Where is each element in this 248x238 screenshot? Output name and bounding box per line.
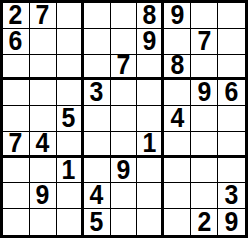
cell-r2c9[interactable] <box>218 29 245 55</box>
cell-r3c6[interactable] <box>137 55 164 81</box>
given-digit: 9 <box>197 80 211 106</box>
cell-r5c2[interactable] <box>30 106 57 132</box>
cell-r8c2[interactable]: 9 <box>30 183 57 209</box>
cell-r1c6[interactable]: 8 <box>137 3 164 29</box>
given-digit: 9 <box>225 209 239 235</box>
cell-r9c1[interactable] <box>3 209 30 235</box>
cell-r3c4[interactable] <box>84 55 111 81</box>
cell-r4c7[interactable] <box>164 80 191 106</box>
given-digit: 1 <box>142 132 156 157</box>
cell-r7c5[interactable]: 9 <box>111 158 138 184</box>
cell-r7c3[interactable]: 1 <box>57 158 84 184</box>
cell-r5c5[interactable] <box>111 106 138 132</box>
cell-r1c3[interactable] <box>57 3 84 29</box>
cell-r6c6[interactable]: 1 <box>137 132 164 158</box>
cell-r8c1[interactable] <box>3 183 30 209</box>
cell-r6c5[interactable] <box>111 132 138 158</box>
cell-r7c9[interactable] <box>218 158 245 184</box>
cell-r3c1[interactable] <box>3 55 30 81</box>
cell-r2c2[interactable] <box>30 29 57 55</box>
cell-r1c9[interactable] <box>218 3 245 29</box>
cell-r6c7[interactable] <box>164 132 191 158</box>
cell-r8c3[interactable] <box>57 183 84 209</box>
cell-r7c2[interactable] <box>30 158 57 184</box>
cell-r8c7[interactable] <box>164 183 191 209</box>
given-digit: 8 <box>170 55 184 80</box>
sudoku-board: 2789697783965474119943529 <box>0 0 248 238</box>
given-digit: 3 <box>90 80 104 106</box>
cell-r1c8[interactable] <box>191 3 218 29</box>
given-digit: 6 <box>225 80 239 106</box>
cell-r2c5[interactable] <box>111 29 138 55</box>
cell-r7c8[interactable] <box>191 158 218 184</box>
given-digit: 3 <box>225 183 239 209</box>
cell-r2c3[interactable] <box>57 29 84 55</box>
cell-r5c7[interactable]: 4 <box>164 106 191 132</box>
given-digit: 7 <box>117 55 131 80</box>
cell-r3c9[interactable] <box>218 55 245 81</box>
given-digit: 7 <box>9 132 23 157</box>
cell-r9c5[interactable] <box>111 209 138 235</box>
cell-r9c3[interactable] <box>57 209 84 235</box>
given-digit: 9 <box>142 29 156 55</box>
cell-r9c7[interactable] <box>164 209 191 235</box>
given-digit: 2 <box>9 3 23 29</box>
cell-r4c6[interactable] <box>137 80 164 106</box>
cell-r4c5[interactable] <box>111 80 138 106</box>
cell-r2c7[interactable] <box>164 29 191 55</box>
given-digit: 8 <box>142 3 156 29</box>
cell-r5c8[interactable] <box>191 106 218 132</box>
given-digit: 5 <box>62 106 76 132</box>
cell-r7c4[interactable] <box>84 158 111 184</box>
cell-r9c4[interactable]: 5 <box>84 209 111 235</box>
cell-r1c7[interactable]: 9 <box>164 3 191 29</box>
cell-r3c3[interactable] <box>57 55 84 81</box>
cell-r8c4[interactable]: 4 <box>84 183 111 209</box>
given-digit: 5 <box>90 209 104 235</box>
given-digit: 4 <box>36 132 50 157</box>
cell-r9c2[interactable] <box>30 209 57 235</box>
cell-r6c3[interactable] <box>57 132 84 158</box>
given-digit: 2 <box>197 209 211 235</box>
cell-r1c5[interactable] <box>111 3 138 29</box>
cell-r6c2[interactable]: 4 <box>30 132 57 158</box>
cell-r8c5[interactable] <box>111 183 138 209</box>
cell-r5c3[interactable]: 5 <box>57 106 84 132</box>
cell-r8c6[interactable] <box>137 183 164 209</box>
cell-r6c4[interactable] <box>84 132 111 158</box>
cell-r4c9[interactable]: 6 <box>218 80 245 106</box>
given-digit: 6 <box>9 29 23 55</box>
cell-r4c8[interactable]: 9 <box>191 80 218 106</box>
cell-r7c6[interactable] <box>137 158 164 184</box>
cell-r3c8[interactable] <box>191 55 218 81</box>
cell-r6c9[interactable] <box>218 132 245 158</box>
cell-r4c2[interactable] <box>30 80 57 106</box>
cell-r7c1[interactable] <box>3 158 30 184</box>
cell-r4c1[interactable] <box>3 80 30 106</box>
given-digit: 9 <box>170 3 184 29</box>
cell-r5c6[interactable] <box>137 106 164 132</box>
cell-r9c6[interactable] <box>137 209 164 235</box>
cell-r1c4[interactable] <box>84 3 111 29</box>
cell-r9c8[interactable]: 2 <box>191 209 218 235</box>
cell-r5c4[interactable] <box>84 106 111 132</box>
cell-r6c8[interactable] <box>191 132 218 158</box>
given-digit: 9 <box>117 158 131 184</box>
cell-r1c2[interactable]: 7 <box>30 3 57 29</box>
cell-r5c9[interactable] <box>218 106 245 132</box>
given-digit: 1 <box>62 158 76 184</box>
given-digit: 4 <box>90 183 104 209</box>
cell-r3c5[interactable]: 7 <box>111 55 138 81</box>
given-digit: 9 <box>36 183 50 209</box>
cell-r5c1[interactable] <box>3 106 30 132</box>
cell-r2c8[interactable]: 7 <box>191 29 218 55</box>
cell-r8c9[interactable]: 3 <box>218 183 245 209</box>
cell-r4c3[interactable] <box>57 80 84 106</box>
cell-r2c6[interactable]: 9 <box>137 29 164 55</box>
cell-r2c1[interactable]: 6 <box>3 29 30 55</box>
cell-r9c9[interactable]: 9 <box>218 209 245 235</box>
cell-r6c1[interactable]: 7 <box>3 132 30 158</box>
cell-r3c2[interactable] <box>30 55 57 81</box>
cell-r8c8[interactable] <box>191 183 218 209</box>
cell-r4c4[interactable]: 3 <box>84 80 111 106</box>
cell-r7c7[interactable] <box>164 158 191 184</box>
cell-r1c1[interactable]: 2 <box>3 3 30 29</box>
given-digit: 7 <box>197 29 211 55</box>
given-digit: 7 <box>36 3 50 29</box>
given-digit: 4 <box>170 106 184 132</box>
cell-r2c4[interactable] <box>84 29 111 55</box>
cell-r3c7[interactable]: 8 <box>164 55 191 81</box>
